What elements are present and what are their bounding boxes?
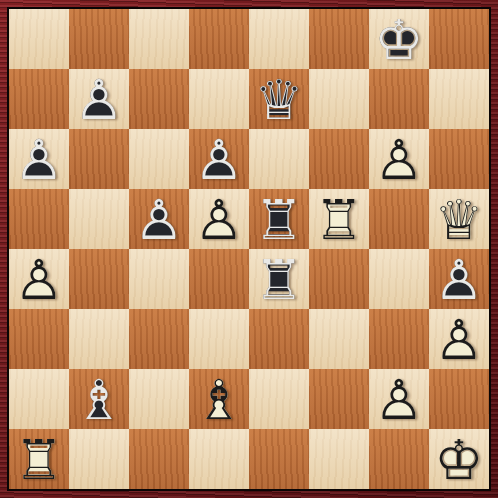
piece-line-glyph: ♖ [249,249,309,309]
white-pawn[interactable]: ♟♙ [369,129,429,189]
piece-line-glyph: ♙ [429,309,489,369]
square-c2[interactable] [129,369,189,429]
square-g7[interactable] [369,69,429,129]
square-f4[interactable] [309,249,369,309]
square-f2[interactable] [309,369,369,429]
white-pawn[interactable]: ♟♙ [189,189,249,249]
square-f6[interactable] [309,129,369,189]
square-d8[interactable] [189,9,249,69]
square-a5[interactable] [9,189,69,249]
square-b6[interactable] [69,129,129,189]
square-g4[interactable] [369,249,429,309]
piece-line-glyph: ♖ [249,189,309,249]
square-c1[interactable] [129,429,189,489]
piece-line-glyph: ♙ [9,129,69,189]
piece-line-glyph: ♕ [249,69,309,129]
white-pawn[interactable]: ♟♙ [9,249,69,309]
piece-line-glyph: ♙ [429,249,489,309]
piece-line-glyph: ♙ [189,189,249,249]
piece-line-glyph: ♗ [69,369,129,429]
piece-line-glyph: ♖ [9,429,69,489]
white-pawn[interactable]: ♟♙ [429,309,489,369]
black-rook[interactable]: ♜♖ [249,189,309,249]
square-a2[interactable] [9,369,69,429]
square-c3[interactable] [129,309,189,369]
square-g8[interactable]: ♚♔ [369,9,429,69]
black-pawn[interactable]: ♟♙ [9,129,69,189]
black-pawn[interactable]: ♟♙ [429,249,489,309]
square-f7[interactable] [309,69,369,129]
square-a3[interactable] [9,309,69,369]
piece-line-glyph: ♙ [369,129,429,189]
black-king[interactable]: ♚♔ [369,9,429,69]
square-a1[interactable]: ♜♖ [9,429,69,489]
square-e5[interactable]: ♜♖ [249,189,309,249]
square-g2[interactable]: ♟♙ [369,369,429,429]
black-queen[interactable]: ♛♕ [249,69,309,129]
square-h8[interactable] [429,9,489,69]
square-g3[interactable] [369,309,429,369]
square-b8[interactable] [69,9,129,69]
square-e6[interactable] [249,129,309,189]
square-f8[interactable] [309,9,369,69]
square-b5[interactable] [69,189,129,249]
square-h6[interactable] [429,129,489,189]
white-pawn[interactable]: ♟♙ [369,369,429,429]
square-b7[interactable]: ♟♙ [69,69,129,129]
square-h5[interactable]: ♛♕ [429,189,489,249]
square-d6[interactable]: ♟♙ [189,129,249,189]
piece-line-glyph: ♔ [429,429,489,489]
square-b2[interactable]: ♝♗ [69,369,129,429]
white-rook[interactable]: ♜♖ [9,429,69,489]
white-bishop[interactable]: ♝♗ [189,369,249,429]
piece-line-glyph: ♙ [129,189,189,249]
square-h1[interactable]: ♚♔ [429,429,489,489]
square-b1[interactable] [69,429,129,489]
square-d3[interactable] [189,309,249,369]
black-pawn[interactable]: ♟♙ [129,189,189,249]
piece-line-glyph: ♔ [369,9,429,69]
piece-line-glyph: ♙ [9,249,69,309]
square-e4[interactable]: ♜♖ [249,249,309,309]
square-e3[interactable] [249,309,309,369]
square-d7[interactable] [189,69,249,129]
white-king[interactable]: ♚♔ [429,429,489,489]
square-d4[interactable] [189,249,249,309]
square-f3[interactable] [309,309,369,369]
square-b4[interactable] [69,249,129,309]
square-e8[interactable] [249,9,309,69]
square-a4[interactable]: ♟♙ [9,249,69,309]
square-d5[interactable]: ♟♙ [189,189,249,249]
square-h3[interactable]: ♟♙ [429,309,489,369]
piece-line-glyph: ♕ [429,189,489,249]
square-f1[interactable] [309,429,369,489]
square-a8[interactable] [9,9,69,69]
black-pawn[interactable]: ♟♙ [189,129,249,189]
square-c5[interactable]: ♟♙ [129,189,189,249]
piece-line-glyph: ♙ [369,369,429,429]
piece-line-glyph: ♙ [69,69,129,129]
square-h4[interactable]: ♟♙ [429,249,489,309]
square-h7[interactable] [429,69,489,129]
square-d2[interactable]: ♝♗ [189,369,249,429]
piece-line-glyph: ♖ [309,189,369,249]
square-a7[interactable] [9,69,69,129]
square-g1[interactable] [369,429,429,489]
square-c4[interactable] [129,249,189,309]
black-bishop[interactable]: ♝♗ [69,369,129,429]
square-h2[interactable] [429,369,489,429]
piece-line-glyph: ♙ [189,129,249,189]
square-e1[interactable] [249,429,309,489]
square-c8[interactable] [129,9,189,69]
square-a6[interactable]: ♟♙ [9,129,69,189]
square-c6[interactable] [129,129,189,189]
piece-line-glyph: ♗ [189,369,249,429]
black-pawn[interactable]: ♟♙ [69,69,129,129]
white-queen[interactable]: ♛♕ [429,189,489,249]
square-c7[interactable] [129,69,189,129]
square-d1[interactable] [189,429,249,489]
square-b3[interactable] [69,309,129,369]
white-rook[interactable]: ♜♖ [309,189,369,249]
square-g6[interactable]: ♟♙ [369,129,429,189]
black-rook[interactable]: ♜♖ [249,249,309,309]
square-e2[interactable] [249,369,309,429]
square-f5[interactable]: ♜♖ [309,189,369,249]
square-e7[interactable]: ♛♕ [249,69,309,129]
square-g5[interactable] [369,189,429,249]
board-frame: ♚♔♟♙♛♕♟♙♟♙♟♙♟♙♟♙♜♖♜♖♛♕♟♙♜♖♟♙♟♙♝♗♝♗♟♙♜♖♚♔ [0,0,498,498]
chess-board: ♚♔♟♙♛♕♟♙♟♙♟♙♟♙♟♙♜♖♜♖♛♕♟♙♜♖♟♙♟♙♝♗♝♗♟♙♜♖♚♔ [7,7,491,491]
